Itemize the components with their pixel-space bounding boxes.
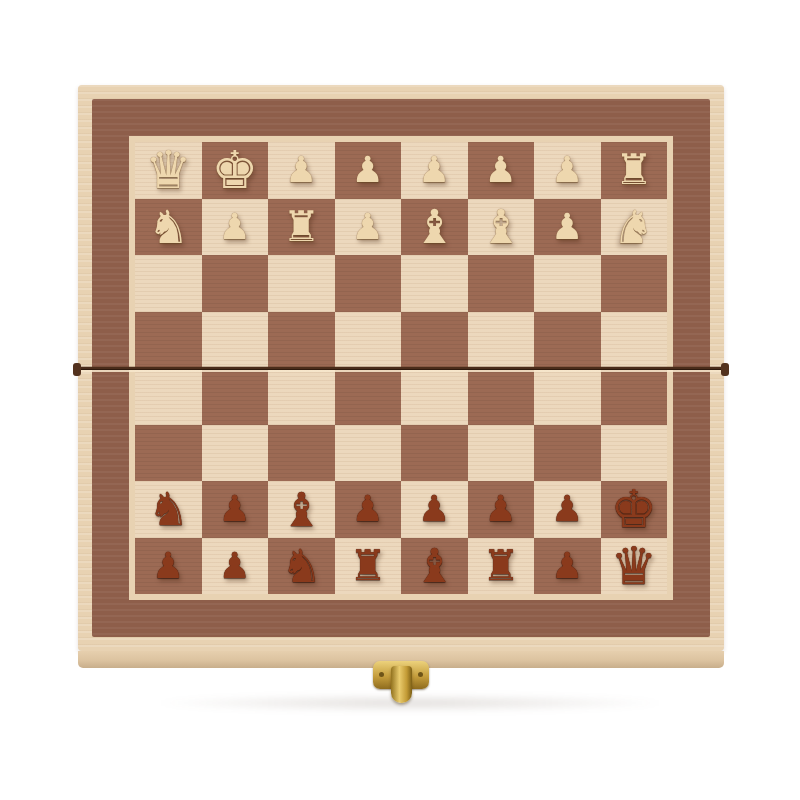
black-pawn-a1[interactable]: ♟ <box>152 548 184 584</box>
square-g3[interactable] <box>534 425 601 482</box>
white-pawn-g7[interactable]: ♟ <box>551 209 583 245</box>
square-c4[interactable] <box>268 368 335 425</box>
white-bishop-e7[interactable]: ♝ <box>413 203 455 250</box>
square-a4[interactable] <box>135 368 202 425</box>
square-h3[interactable] <box>601 425 668 482</box>
square-d3[interactable] <box>335 425 402 482</box>
square-a2[interactable]: ♞ <box>135 481 202 538</box>
black-pawn-b1[interactable]: ♟ <box>219 548 251 584</box>
square-b4[interactable] <box>202 368 269 425</box>
square-b2[interactable]: ♟ <box>202 481 269 538</box>
square-e1[interactable]: ♝ <box>401 538 468 595</box>
square-e6[interactable] <box>401 255 468 312</box>
square-d5[interactable] <box>335 312 402 369</box>
square-e2[interactable]: ♟ <box>401 481 468 538</box>
white-pawn-d7[interactable]: ♟ <box>352 209 384 245</box>
black-pawn-g1[interactable]: ♟ <box>551 548 583 584</box>
black-pawn-d2[interactable]: ♟ <box>352 491 384 527</box>
square-c7[interactable]: ♜ <box>268 199 335 256</box>
white-rook-c7[interactable]: ♜ <box>282 206 320 248</box>
black-pawn-e2[interactable]: ♟ <box>418 491 450 527</box>
black-knight-a2[interactable]: ♞ <box>148 486 189 532</box>
square-b6[interactable] <box>202 255 269 312</box>
square-e4[interactable] <box>401 368 468 425</box>
square-d1[interactable]: ♜ <box>335 538 402 595</box>
black-pawn-f2[interactable]: ♟ <box>485 491 517 527</box>
white-queen-a8[interactable]: ♛ <box>145 144 192 196</box>
white-pawn-g8[interactable]: ♟ <box>551 152 583 188</box>
square-g2[interactable]: ♟ <box>534 481 601 538</box>
square-h7[interactable]: ♞ <box>601 199 668 256</box>
square-b3[interactable] <box>202 425 269 482</box>
square-h5[interactable] <box>601 312 668 369</box>
black-rook-d1[interactable]: ♜ <box>349 545 387 587</box>
square-a7[interactable]: ♞ <box>135 199 202 256</box>
white-knight-a7[interactable]: ♞ <box>148 204 189 250</box>
square-f2[interactable]: ♟ <box>468 481 535 538</box>
square-g8[interactable]: ♟ <box>534 142 601 199</box>
black-king-h2[interactable]: ♚ <box>610 483 657 535</box>
square-a8[interactable]: ♛ <box>135 142 202 199</box>
square-c8[interactable]: ♟ <box>268 142 335 199</box>
square-d2[interactable]: ♟ <box>335 481 402 538</box>
square-g1[interactable]: ♟ <box>534 538 601 595</box>
clasp-latch-icon <box>391 666 412 703</box>
clasp-screw-left-icon <box>379 672 384 677</box>
white-pawn-b7[interactable]: ♟ <box>219 209 251 245</box>
square-e8[interactable]: ♟ <box>401 142 468 199</box>
black-pawn-b2[interactable]: ♟ <box>219 491 251 527</box>
square-g6[interactable] <box>534 255 601 312</box>
hinge-left-icon <box>73 363 81 376</box>
square-a3[interactable] <box>135 425 202 482</box>
square-b7[interactable]: ♟ <box>202 199 269 256</box>
square-h2[interactable]: ♚ <box>601 481 668 538</box>
square-f5[interactable] <box>468 312 535 369</box>
chess-box: ♛♚♟♟♟♟♟♜♞♟♜♟♝♝♟♞♞♟♝♟♟♟♟♚♟♟♞♜♝♜♟♛ <box>78 85 724 651</box>
square-f3[interactable] <box>468 425 535 482</box>
square-h8[interactable]: ♜ <box>601 142 668 199</box>
square-e3[interactable] <box>401 425 468 482</box>
white-rook-h8[interactable]: ♜ <box>615 149 653 191</box>
black-rook-f1[interactable]: ♜ <box>482 545 520 587</box>
white-pawn-e8[interactable]: ♟ <box>418 152 450 188</box>
chess-set-photo: ♛♚♟♟♟♟♟♜♞♟♜♟♝♝♟♞♞♟♝♟♟♟♟♚♟♟♞♜♝♜♟♛ <box>0 0 800 800</box>
square-b8[interactable]: ♚ <box>202 142 269 199</box>
square-h4[interactable] <box>601 368 668 425</box>
square-d7[interactable]: ♟ <box>335 199 402 256</box>
square-f6[interactable] <box>468 255 535 312</box>
black-bishop-e1[interactable]: ♝ <box>413 542 455 589</box>
square-f7[interactable]: ♝ <box>468 199 535 256</box>
square-f8[interactable]: ♟ <box>468 142 535 199</box>
square-h6[interactable] <box>601 255 668 312</box>
square-d4[interactable] <box>335 368 402 425</box>
square-a1[interactable]: ♟ <box>135 538 202 595</box>
white-king-b8[interactable]: ♚ <box>211 144 258 196</box>
square-e7[interactable]: ♝ <box>401 199 468 256</box>
clasp-screw-right-icon <box>418 672 423 677</box>
hinge-seam <box>76 366 726 372</box>
square-f1[interactable]: ♜ <box>468 538 535 595</box>
black-knight-c1[interactable]: ♞ <box>281 543 322 589</box>
square-g7[interactable]: ♟ <box>534 199 601 256</box>
square-e5[interactable] <box>401 312 468 369</box>
square-g4[interactable] <box>534 368 601 425</box>
white-bishop-f7[interactable]: ♝ <box>480 203 522 250</box>
square-g5[interactable] <box>534 312 601 369</box>
white-knight-h7[interactable]: ♞ <box>613 204 654 250</box>
square-c5[interactable] <box>268 312 335 369</box>
square-d8[interactable]: ♟ <box>335 142 402 199</box>
square-c1[interactable]: ♞ <box>268 538 335 595</box>
square-a5[interactable] <box>135 312 202 369</box>
black-bishop-c2[interactable]: ♝ <box>280 486 322 533</box>
white-pawn-c8[interactable]: ♟ <box>285 152 317 188</box>
white-pawn-d8[interactable]: ♟ <box>352 152 384 188</box>
square-a6[interactable] <box>135 255 202 312</box>
square-b5[interactable] <box>202 312 269 369</box>
white-pawn-f8[interactable]: ♟ <box>485 152 517 188</box>
square-c6[interactable] <box>268 255 335 312</box>
square-c3[interactable] <box>268 425 335 482</box>
square-b1[interactable]: ♟ <box>202 538 269 595</box>
square-f4[interactable] <box>468 368 535 425</box>
square-c2[interactable]: ♝ <box>268 481 335 538</box>
square-d6[interactable] <box>335 255 402 312</box>
square-h1[interactable]: ♛ <box>601 538 668 595</box>
black-pawn-g2[interactable]: ♟ <box>551 491 583 527</box>
hinge-right-icon <box>721 363 729 376</box>
black-queen-h1[interactable]: ♛ <box>610 540 657 592</box>
